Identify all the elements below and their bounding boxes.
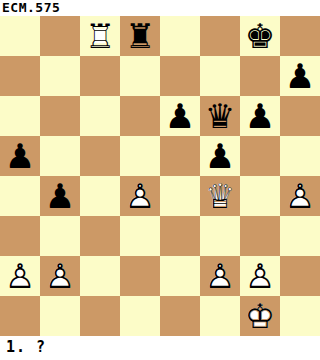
square-c8[interactable]: ♜♖ (80, 16, 120, 56)
black-pawn-icon: ♟ (240, 96, 280, 136)
square-d2[interactable] (120, 256, 160, 296)
square-c7[interactable] (80, 56, 120, 96)
square-e1[interactable] (160, 296, 200, 336)
white-pawn-icon: ♟♙ (40, 256, 80, 296)
square-b4[interactable]: ♟ (40, 176, 80, 216)
white-pawn-icon: ♟♙ (200, 256, 240, 296)
square-f8[interactable] (200, 16, 240, 56)
square-g3[interactable] (240, 216, 280, 256)
square-d6[interactable] (120, 96, 160, 136)
square-d7[interactable] (120, 56, 160, 96)
square-g8[interactable]: ♚ (240, 16, 280, 56)
square-e2[interactable] (160, 256, 200, 296)
square-e8[interactable] (160, 16, 200, 56)
white-king-icon: ♚♔ (240, 296, 280, 336)
square-a2[interactable]: ♟♙ (0, 256, 40, 296)
square-e5[interactable] (160, 136, 200, 176)
square-f1[interactable] (200, 296, 240, 336)
black-pawn-icon: ♟ (200, 136, 240, 176)
square-a1[interactable] (0, 296, 40, 336)
square-f6[interactable]: ♛ (200, 96, 240, 136)
chess-board: ♜♖♜♚♟♟♛♟♟♟♟♟♙♛♕♟♙♟♙♟♙♟♙♟♙♚♔ (0, 16, 320, 336)
white-pawn-icon: ♟♙ (0, 256, 40, 296)
title-bar: ECM.575 (0, 0, 320, 16)
square-e7[interactable] (160, 56, 200, 96)
square-c3[interactable] (80, 216, 120, 256)
square-g2[interactable]: ♟♙ (240, 256, 280, 296)
square-f2[interactable]: ♟♙ (200, 256, 240, 296)
move-prompt: 1. ? (6, 338, 46, 356)
square-d4[interactable]: ♟♙ (120, 176, 160, 216)
white-rook-icon: ♜♖ (80, 16, 120, 56)
square-g4[interactable] (240, 176, 280, 216)
black-rook-icon: ♜ (120, 16, 160, 56)
white-queen-icon: ♛♕ (200, 176, 240, 216)
square-h7[interactable]: ♟ (280, 56, 320, 96)
black-pawn-icon: ♟ (160, 96, 200, 136)
square-b5[interactable] (40, 136, 80, 176)
square-a7[interactable] (0, 56, 40, 96)
square-c6[interactable] (80, 96, 120, 136)
square-f5[interactable]: ♟ (200, 136, 240, 176)
square-a8[interactable] (0, 16, 40, 56)
white-pawn-icon: ♟♙ (120, 176, 160, 216)
square-a5[interactable]: ♟ (0, 136, 40, 176)
square-b8[interactable] (40, 16, 80, 56)
square-c1[interactable] (80, 296, 120, 336)
square-d5[interactable] (120, 136, 160, 176)
square-d1[interactable] (120, 296, 160, 336)
square-a3[interactable] (0, 216, 40, 256)
black-queen-icon: ♛ (200, 96, 240, 136)
square-e6[interactable]: ♟ (160, 96, 200, 136)
square-h4[interactable]: ♟♙ (280, 176, 320, 216)
square-c4[interactable] (80, 176, 120, 216)
black-pawn-icon: ♟ (280, 56, 320, 96)
square-h1[interactable] (280, 296, 320, 336)
square-h2[interactable] (280, 256, 320, 296)
square-c2[interactable] (80, 256, 120, 296)
square-a4[interactable] (0, 176, 40, 216)
black-pawn-icon: ♟ (0, 136, 40, 176)
square-h3[interactable] (280, 216, 320, 256)
page-title: ECM.575 (2, 0, 60, 15)
square-h5[interactable] (280, 136, 320, 176)
square-f3[interactable] (200, 216, 240, 256)
square-f4[interactable]: ♛♕ (200, 176, 240, 216)
square-g5[interactable] (240, 136, 280, 176)
status-bar: 1. ? (0, 336, 320, 360)
black-king-icon: ♚ (240, 16, 280, 56)
black-pawn-icon: ♟ (40, 176, 80, 216)
square-b3[interactable] (40, 216, 80, 256)
square-b1[interactable] (40, 296, 80, 336)
square-c5[interactable] (80, 136, 120, 176)
square-b7[interactable] (40, 56, 80, 96)
white-pawn-icon: ♟♙ (280, 176, 320, 216)
square-d8[interactable]: ♜ (120, 16, 160, 56)
square-a6[interactable] (0, 96, 40, 136)
chess-app: ECM.575 ♜♖♜♚♟♟♛♟♟♟♟♟♙♛♕♟♙♟♙♟♙♟♙♟♙♚♔ 1. ? (0, 0, 320, 360)
square-e4[interactable] (160, 176, 200, 216)
square-b6[interactable] (40, 96, 80, 136)
square-f7[interactable] (200, 56, 240, 96)
square-g1[interactable]: ♚♔ (240, 296, 280, 336)
square-g7[interactable] (240, 56, 280, 96)
square-e3[interactable] (160, 216, 200, 256)
square-h8[interactable] (280, 16, 320, 56)
square-h6[interactable] (280, 96, 320, 136)
square-b2[interactable]: ♟♙ (40, 256, 80, 296)
white-pawn-icon: ♟♙ (240, 256, 280, 296)
square-g6[interactable]: ♟ (240, 96, 280, 136)
square-d3[interactable] (120, 216, 160, 256)
